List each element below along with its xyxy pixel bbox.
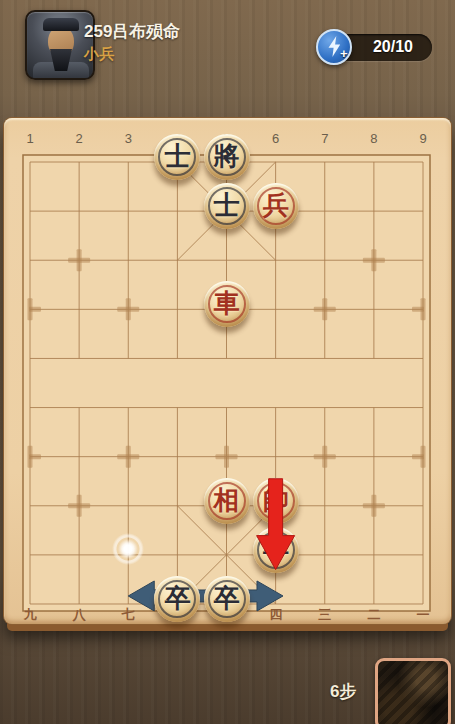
steps-remaining-label: 6步 (330, 680, 356, 703)
avatar-helmet (43, 18, 79, 31)
level-title: 259吕布殒命 (84, 20, 180, 43)
xiangqi-board[interactable]: 123456789九八七六五四三二一 士將士兵車相帥卒卒卒 (4, 118, 451, 624)
plus-icon: + (340, 46, 348, 61)
general-move-arrow (4, 118, 451, 624)
energy-value: 20/10 (358, 38, 428, 56)
app-screen: 259吕布殒命 小兵 20/10 + 123456789九八七六五四三二一 士將… (0, 0, 455, 724)
level-rank-label: 小兵 (84, 45, 114, 64)
item-card-thumbnail[interactable] (375, 658, 451, 724)
